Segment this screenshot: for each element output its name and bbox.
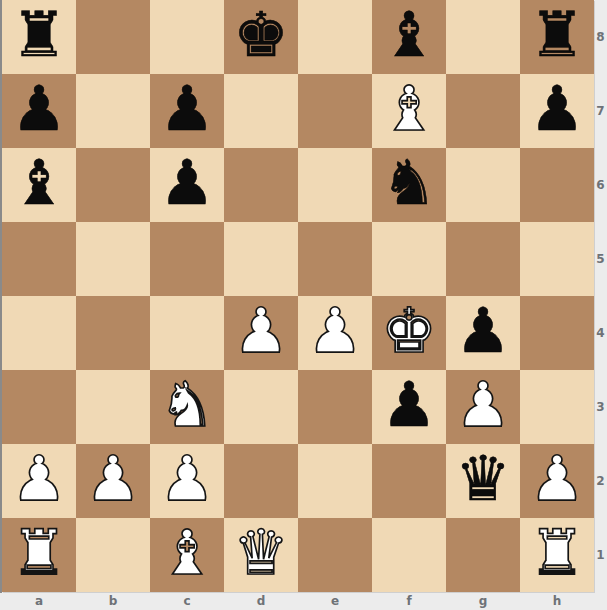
rank-label-1: 1 [594,518,607,592]
square-a3[interactable] [2,370,76,444]
square-h2[interactable]: ♟ [520,444,594,518]
square-f2[interactable] [372,444,446,518]
square-g5[interactable] [446,222,520,296]
square-g3[interactable]: ♟ [446,370,520,444]
square-c5[interactable] [150,222,224,296]
piece-bR-a8: ♜ [11,0,67,72]
square-d3[interactable] [224,370,298,444]
square-g4[interactable]: ♟ [446,296,520,370]
square-b5[interactable] [76,222,150,296]
piece-wN-c3: ♞ [159,368,215,442]
square-b2[interactable]: ♟ [76,444,150,518]
rank-label-2: 2 [594,444,607,518]
square-e7[interactable] [298,74,372,148]
piece-bQ-g2: ♛ [455,442,511,516]
piece-wP-d4: ♟ [233,294,289,368]
square-c6[interactable]: ♟ [150,148,224,222]
square-f7[interactable]: ♝ [372,74,446,148]
square-f6[interactable]: ♞ [372,148,446,222]
rank-label-6: 6 [594,148,607,222]
square-e4[interactable]: ♟ [298,296,372,370]
square-g6[interactable] [446,148,520,222]
rank-label-4: 4 [594,296,607,370]
square-d8[interactable]: ♚ [224,0,298,74]
square-d6[interactable] [224,148,298,222]
square-g7[interactable] [446,74,520,148]
square-d5[interactable] [224,222,298,296]
piece-wR-h1: ♜ [529,516,585,590]
piece-bP-f3: ♟ [381,368,437,442]
piece-bP-c7: ♟ [159,72,215,146]
square-h8[interactable]: ♜ [520,0,594,74]
square-g2[interactable]: ♛ [446,444,520,518]
piece-wR-a1: ♜ [11,516,67,590]
square-e8[interactable] [298,0,372,74]
piece-wB-c1: ♝ [159,516,215,590]
square-h1[interactable]: ♜ [520,518,594,592]
square-d2[interactable] [224,444,298,518]
square-b1[interactable] [76,518,150,592]
file-label-g: g [446,592,520,610]
file-label-f: f [372,592,446,610]
file-label-c: c [150,592,224,610]
piece-wP-g3: ♟ [455,368,511,442]
square-h3[interactable] [520,370,594,444]
square-d4[interactable]: ♟ [224,296,298,370]
square-a7[interactable]: ♟ [2,74,76,148]
rank-label-5: 5 [594,222,607,296]
square-h4[interactable] [520,296,594,370]
square-a1[interactable]: ♜ [2,518,76,592]
square-e5[interactable] [298,222,372,296]
square-a8[interactable]: ♜ [2,0,76,74]
piece-bR-h8: ♜ [529,0,585,72]
square-b6[interactable] [76,148,150,222]
square-b7[interactable] [76,74,150,148]
square-f4[interactable]: ♚ [372,296,446,370]
file-label-e: e [298,592,372,610]
square-a5[interactable] [2,222,76,296]
rank-label-8: 8 [594,0,607,74]
square-g1[interactable] [446,518,520,592]
square-c1[interactable]: ♝ [150,518,224,592]
piece-bP-a7: ♟ [11,72,67,146]
piece-wP-e4: ♟ [307,294,363,368]
square-h6[interactable] [520,148,594,222]
square-e2[interactable] [298,444,372,518]
chess-board-panel: ♜♚♝♜♟♟♝♟♝♟♞♟♟♚♟♞♟♟♟♟♟♛♟♜♝♛♜ 87654321 abc… [0,0,607,610]
piece-bP-h7: ♟ [529,72,585,146]
square-f1[interactable] [372,518,446,592]
square-h5[interactable] [520,222,594,296]
piece-wP-b2: ♟ [85,442,141,516]
square-a2[interactable]: ♟ [2,444,76,518]
piece-bP-g4: ♟ [455,294,511,368]
piece-bB-a6: ♝ [11,146,67,220]
square-b8[interactable] [76,0,150,74]
file-label-h: h [520,592,594,610]
square-d7[interactable] [224,74,298,148]
piece-wP-a2: ♟ [11,442,67,516]
piece-bK-d8: ♚ [233,0,289,72]
chess-board: ♜♚♝♜♟♟♝♟♝♟♞♟♟♚♟♞♟♟♟♟♟♛♟♜♝♛♜ [2,0,594,592]
piece-wB-f7: ♝ [381,72,437,146]
piece-wQ-d1: ♛ [233,516,289,590]
square-e3[interactable] [298,370,372,444]
square-a4[interactable] [2,296,76,370]
square-c7[interactable]: ♟ [150,74,224,148]
piece-bP-c6: ♟ [159,146,215,220]
square-g8[interactable] [446,0,520,74]
square-a6[interactable]: ♝ [2,148,76,222]
square-b3[interactable] [76,370,150,444]
piece-wP-h2: ♟ [529,442,585,516]
square-c2[interactable]: ♟ [150,444,224,518]
square-f3[interactable]: ♟ [372,370,446,444]
square-d1[interactable]: ♛ [224,518,298,592]
square-e6[interactable] [298,148,372,222]
file-label-a: a [2,592,76,610]
square-b4[interactable] [76,296,150,370]
rank-label-7: 7 [594,74,607,148]
square-h7[interactable]: ♟ [520,74,594,148]
square-e1[interactable] [298,518,372,592]
piece-bN-f6: ♞ [381,146,437,220]
file-label-d: d [224,592,298,610]
rank-label-3: 3 [594,370,607,444]
square-f8[interactable]: ♝ [372,0,446,74]
rank-labels: 87654321 [594,0,607,592]
square-c3[interactable]: ♞ [150,370,224,444]
square-c8[interactable] [150,0,224,74]
square-c4[interactable] [150,296,224,370]
piece-wP-c2: ♟ [159,442,215,516]
square-f5[interactable] [372,222,446,296]
piece-wK-f4: ♚ [381,294,437,368]
file-labels: abcdefgh [2,592,594,610]
piece-bB-f8: ♝ [381,0,437,72]
file-label-b: b [76,592,150,610]
